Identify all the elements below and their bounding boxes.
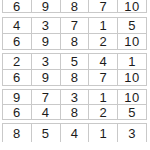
grid-cell: 3 <box>118 124 147 142</box>
grid-cell: 8 <box>61 0 90 13</box>
grid-cell: 1 <box>89 124 118 142</box>
grid-cell: 5 <box>118 18 147 34</box>
number-card-group: 43715698210 <box>2 17 147 50</box>
grid-cell: 1 <box>89 18 118 34</box>
number-grid-sheet: 6987104371569821023541698710973110648258… <box>2 0 147 142</box>
grid-cell: 4 <box>61 124 90 142</box>
grid-cell: 8 <box>3 124 32 142</box>
number-card-group: 698710 <box>2 0 147 13</box>
grid-cell: 6 <box>3 105 32 120</box>
grid-cell: 5 <box>32 124 61 142</box>
grid-cell: 4 <box>89 54 118 70</box>
grid-cell: 7 <box>32 90 61 105</box>
grid-cell: 10 <box>118 34 147 50</box>
grid-cell: 8 <box>61 70 90 86</box>
grid-cell: 4 <box>32 105 61 120</box>
number-card-group: 85413 <box>2 123 147 142</box>
grid-cell: 6 <box>3 0 32 13</box>
grid-cell: 9 <box>3 90 32 105</box>
grid-cell: 6 <box>3 70 32 86</box>
grid-cell: 7 <box>89 0 118 13</box>
number-card-group: 97311064825 <box>2 89 147 120</box>
grid-cell: 2 <box>89 105 118 120</box>
grid-cell: 9 <box>32 34 61 50</box>
grid-cell: 7 <box>89 70 118 86</box>
grid-cell: 7 <box>61 18 90 34</box>
grid-cell: 1 <box>89 90 118 105</box>
grid-cell: 8 <box>61 105 90 120</box>
grid-cell: 3 <box>61 90 90 105</box>
number-card-group: 23541698710 <box>2 53 147 86</box>
grid-cell: 9 <box>32 0 61 13</box>
grid-cell: 6 <box>3 34 32 50</box>
grid-cell: 8 <box>61 34 90 50</box>
grid-cell: 2 <box>89 34 118 50</box>
grid-cell: 10 <box>118 0 147 13</box>
grid-cell: 3 <box>32 18 61 34</box>
grid-cell: 3 <box>32 54 61 70</box>
grid-cell: 9 <box>32 70 61 86</box>
grid-cell: 5 <box>61 54 90 70</box>
grid-cell: 1 <box>118 54 147 70</box>
worksheet-page: 6987104371569821023541698710973110648258… <box>0 0 150 150</box>
grid-cell: 5 <box>118 105 147 120</box>
grid-cell: 2 <box>3 54 32 70</box>
grid-cell: 10 <box>118 90 147 105</box>
grid-cell: 4 <box>3 18 32 34</box>
grid-cell: 10 <box>118 70 147 86</box>
